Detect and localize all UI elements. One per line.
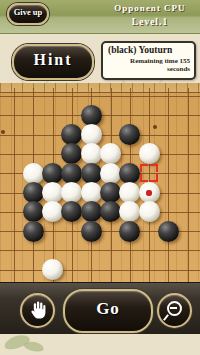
grid-line-vertical <box>168 88 169 282</box>
black-stone <box>158 221 179 242</box>
turn-info-panel: (black) Youturn Remaining time 155 secon… <box>101 41 196 80</box>
star-point <box>153 125 157 129</box>
black-stone <box>100 201 121 222</box>
footer-background <box>0 334 200 355</box>
grid-line-horizontal <box>0 96 200 97</box>
hint-button[interactable]: Hint <box>12 44 94 80</box>
white-stone <box>61 182 82 203</box>
black-stone <box>61 201 82 222</box>
black-stone <box>61 163 82 184</box>
go-board[interactable] <box>0 83 200 282</box>
black-stone <box>119 163 140 184</box>
grid-line-vertical <box>14 88 15 282</box>
white-stone <box>81 182 102 203</box>
white-stone <box>81 124 102 145</box>
white-stone <box>23 163 44 184</box>
white-stone <box>139 143 160 164</box>
black-stone <box>23 201 44 222</box>
black-stone <box>81 105 102 126</box>
white-stone <box>119 182 140 203</box>
leaf-decoration <box>23 340 44 353</box>
game-screen: Give up Opponent CPU Level.1 Hint (black… <box>0 0 200 355</box>
bottom-control-bar: Go <box>0 282 200 336</box>
white-stone <box>42 182 63 203</box>
grid-line-vertical <box>188 88 189 282</box>
zoom-button[interactable] <box>157 293 192 328</box>
remaining-time-text: Remaining time 155 seconds <box>106 57 190 73</box>
white-stone <box>42 259 63 280</box>
turn-text: (black) Youturn <box>108 45 192 55</box>
black-stone <box>61 124 82 145</box>
black-stone <box>81 163 102 184</box>
opponent-label: Opponent CPU <box>100 3 200 13</box>
black-stone <box>23 221 44 242</box>
star-point <box>1 130 5 134</box>
go-confirm-button[interactable]: Go <box>63 289 153 333</box>
hand-move-button[interactable] <box>20 293 55 328</box>
black-stone <box>100 182 121 203</box>
white-stone <box>42 201 63 222</box>
level-label: Level.1 <box>110 17 190 27</box>
grid-line-horizontal <box>0 250 200 251</box>
white-stone <box>139 201 160 222</box>
highlight-cell-marker[interactable] <box>140 164 158 182</box>
black-stone <box>61 143 82 164</box>
black-stone <box>42 163 63 184</box>
white-stone <box>100 143 121 164</box>
black-stone <box>81 221 102 242</box>
grid-line-horizontal <box>0 270 200 271</box>
last-move-red-dot <box>146 190 152 196</box>
white-stone <box>100 163 121 184</box>
board-wood-edge <box>0 83 200 93</box>
white-stone <box>139 182 160 203</box>
white-stone <box>81 143 102 164</box>
black-stone <box>81 201 102 222</box>
white-stone <box>119 201 140 222</box>
black-stone <box>119 124 140 145</box>
black-stone <box>23 182 44 203</box>
top-status-bar: Give up Opponent CPU Level.1 <box>0 0 200 34</box>
give-up-button[interactable]: Give up <box>7 3 49 25</box>
black-stone <box>119 221 140 242</box>
